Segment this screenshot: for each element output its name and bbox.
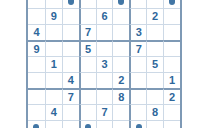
cell-r4c4[interactable]: 5 [79,40,96,56]
cell-r6c3[interactable]: 4 [62,72,79,88]
cell-r3c3[interactable] [62,24,79,40]
cell-r4c8[interactable] [146,40,163,56]
clue-digit: 5 [85,44,91,55]
sudoku-board: 962473957135421782478 [26,0,182,128]
cell-r1c6[interactable] [112,0,129,8]
cell-r6c5[interactable] [96,72,113,88]
cell-r7c2[interactable] [45,88,62,104]
cell-r6c6[interactable]: 2 [112,72,129,88]
cell-r3c6[interactable] [112,24,129,40]
cell-r4c6[interactable] [112,40,129,56]
cell-r8c4[interactable] [79,104,96,120]
cell-r6c8[interactable] [146,72,163,88]
clue-digit: 1 [169,75,175,86]
cell-r5c7[interactable] [129,56,146,72]
cell-r9c4[interactable] [79,120,96,128]
cropped-clue-digit [136,124,142,129]
cell-r3c4[interactable]: 7 [79,24,96,40]
clue-digit: 5 [152,59,158,70]
cell-r5c8[interactable]: 5 [146,56,163,72]
cell-r9c3[interactable] [62,120,79,128]
cropped-clue-digit [85,124,91,129]
cell-r5c4[interactable] [79,56,96,72]
cell-r2c7[interactable] [129,8,146,24]
clue-digit: 9 [33,44,39,55]
cell-r7c5[interactable] [96,88,113,104]
cell-r4c3[interactable] [62,40,79,56]
cell-r2c1[interactable] [28,8,45,24]
cell-r7c1[interactable] [28,88,45,104]
cell-r6c2[interactable] [45,72,62,88]
cell-r8c1[interactable] [28,104,45,120]
cell-r5c5[interactable]: 3 [96,56,113,72]
cell-r7c8[interactable] [146,88,163,104]
cell-r2c2[interactable]: 9 [45,8,62,24]
cropped-clue-digit [68,0,74,5]
cell-r3c7[interactable]: 3 [129,24,146,40]
cell-r8c8[interactable]: 8 [146,104,163,120]
cell-r4c2[interactable] [45,40,62,56]
clue-digit: 7 [136,44,142,55]
cell-r8c5[interactable]: 7 [96,104,113,120]
cell-r7c3[interactable]: 7 [62,88,79,104]
cropped-clue-digit [118,0,124,5]
cell-r2c6[interactable] [112,8,129,24]
cell-r1c8[interactable] [146,0,163,8]
cell-r8c7[interactable] [129,104,146,120]
clue-digit: 8 [118,92,124,103]
cropped-clue-digit [33,124,39,129]
cell-r1c5[interactable] [96,0,113,8]
cell-r2c8[interactable]: 2 [146,8,163,24]
cell-r1c2[interactable] [45,0,62,8]
clue-digit: 4 [68,75,74,86]
clue-digit: 9 [51,11,57,22]
cell-r2c4[interactable] [79,8,96,24]
clue-digit: 3 [101,59,107,70]
clue-digit: 2 [152,11,158,22]
cell-r9c7[interactable] [129,120,146,128]
cell-r1c1[interactable] [28,0,45,8]
cell-r2c9[interactable] [163,8,180,24]
cell-r9c2[interactable] [45,120,62,128]
cell-r9c1[interactable] [28,120,45,128]
cell-r3c5[interactable] [96,24,113,40]
cropped-clue-digit [169,0,175,5]
cell-r5c6[interactable] [112,56,129,72]
clue-digit: 4 [33,27,39,38]
cell-r4c7[interactable]: 7 [129,40,146,56]
clue-digit: 4 [51,107,57,118]
clue-digit: 8 [152,107,158,118]
cell-r5c2[interactable]: 1 [45,56,62,72]
cell-r1c9[interactable] [163,0,180,8]
clue-digit: 6 [101,11,107,22]
cell-r6c7[interactable] [129,72,146,88]
cell-r4c9[interactable] [163,40,180,56]
cell-r8c6[interactable] [112,104,129,120]
cell-r7c6[interactable]: 8 [112,88,129,104]
cell-r3c1[interactable]: 4 [28,24,45,40]
cell-r4c5[interactable] [96,40,113,56]
cell-r5c1[interactable] [28,56,45,72]
cell-r2c3[interactable] [62,8,79,24]
cell-r2c5[interactable]: 6 [96,8,113,24]
cell-r5c3[interactable] [62,56,79,72]
cell-r9c5[interactable] [96,120,113,128]
cell-r3c9[interactable] [163,24,180,40]
clue-digit: 2 [169,92,175,103]
cell-r1c3[interactable] [62,0,79,8]
cell-r7c4[interactable] [79,88,96,104]
cell-r5c9[interactable] [163,56,180,72]
clue-digit: 7 [101,107,107,118]
cell-r9c9[interactable] [163,120,180,128]
cell-r3c2[interactable] [45,24,62,40]
cell-r9c6[interactable] [112,120,129,128]
cell-r9c8[interactable] [146,120,163,128]
cell-r8c9[interactable] [163,104,180,120]
cell-r8c2[interactable]: 4 [45,104,62,120]
clue-digit: 3 [136,27,142,38]
sudoku-screenshot-root: 962473957135421782478 [0,0,205,128]
cell-r6c1[interactable] [28,72,45,88]
cell-r8c3[interactable] [62,104,79,120]
clue-digit: 7 [68,92,74,103]
clue-digit: 7 [85,27,91,38]
cell-r6c9[interactable]: 1 [163,72,180,88]
cell-r1c4[interactable] [79,0,96,8]
cell-r6c4[interactable] [79,72,96,88]
cell-r4c1[interactable]: 9 [28,40,45,56]
cell-r1c7[interactable] [129,0,146,8]
cell-r3c8[interactable] [146,24,163,40]
clue-digit: 2 [118,75,124,86]
clue-digit: 1 [51,59,57,70]
cell-r7c7[interactable] [129,88,146,104]
cell-r7c9[interactable]: 2 [163,88,180,104]
